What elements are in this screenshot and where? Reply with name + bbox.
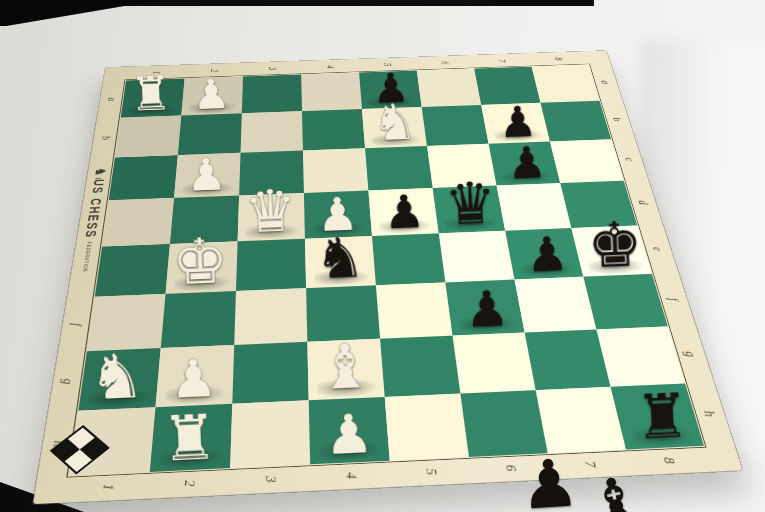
- square-d5[interactable]: ♟: [368, 188, 438, 236]
- black-knight-e4[interactable]: ♞: [304, 229, 376, 288]
- square-c1[interactable]: [109, 155, 178, 200]
- square-a8[interactable]: [532, 65, 600, 103]
- square-d6[interactable]: ♛: [433, 186, 506, 234]
- file-label-right-f-text: f: [664, 297, 682, 301]
- rank-label-bottom-2-text: 2: [179, 479, 199, 487]
- file-label-left-a-text: a: [104, 97, 119, 101]
- square-g6[interactable]: [453, 332, 536, 393]
- black-queen-d6[interactable]: ♛: [436, 174, 504, 234]
- square-g8[interactable]: [596, 326, 685, 386]
- rank-label-top-8-text: 8: [551, 57, 565, 61]
- board-margin-corner: [33, 476, 69, 504]
- rank-label-bottom-3-text: 3: [260, 476, 279, 484]
- rank-label-bottom-4-text: 4: [341, 472, 361, 480]
- white-pawn-a2[interactable]: ♟: [180, 73, 242, 116]
- white-pawn-g2[interactable]: ♟: [154, 351, 233, 407]
- rank-label-bottom-4: 4: [310, 461, 392, 491]
- rank-label-bottom-6: 6: [469, 453, 553, 483]
- square-b1[interactable]: [115, 115, 181, 157]
- black-pawn-d5[interactable]: ♟: [370, 188, 438, 236]
- square-b3[interactable]: [241, 111, 303, 153]
- rank-label-bottom-7: 7: [548, 450, 633, 480]
- square-d7[interactable]: [497, 183, 572, 231]
- board-margin-corner: [585, 51, 611, 65]
- black-pawn-e7[interactable]: ♟: [512, 229, 582, 279]
- square-a1[interactable]: ♜: [121, 79, 185, 118]
- square-e8[interactable]: ♚: [571, 226, 652, 277]
- rank-label-top-3-text: 3: [265, 67, 279, 71]
- square-a4[interactable]: [301, 73, 362, 112]
- black-king-e8[interactable]: ♚: [580, 213, 651, 277]
- white-rook-h2[interactable]: ♜: [148, 405, 230, 470]
- white-rook-a1[interactable]: ♜: [120, 69, 182, 118]
- rank-label-bottom-5: 5: [390, 457, 473, 487]
- square-f6[interactable]: ♟: [445, 280, 524, 336]
- rank-label-bottom-3: 3: [229, 464, 310, 494]
- white-queen-d3[interactable]: ♛: [236, 181, 305, 241]
- square-a6[interactable]: [417, 69, 481, 107]
- file-label-right-e-text: e: [649, 246, 666, 251]
- rank-label-bottom-8-text: 8: [658, 457, 679, 464]
- white-king-e2[interactable]: ♚: [164, 229, 237, 294]
- file-label-right-a-text: a: [598, 80, 613, 84]
- white-pawn-c2[interactable]: ♟: [173, 151, 240, 198]
- file-label-right-d-text: d: [634, 200, 651, 205]
- square-f5[interactable]: [376, 282, 453, 338]
- square-a2[interactable]: ♟: [181, 77, 243, 116]
- square-g3[interactable]: [232, 342, 308, 404]
- square-e7[interactable]: ♟: [505, 228, 583, 279]
- white-knight-b5[interactable]: ♞: [363, 97, 427, 149]
- square-g5[interactable]: [380, 336, 460, 397]
- square-e5[interactable]: [372, 233, 445, 285]
- square-f2[interactable]: [161, 291, 236, 348]
- square-h2[interactable]: ♜: [150, 404, 233, 472]
- rank-label-top-4-text: 4: [323, 65, 337, 69]
- rank-label-top-7-text: 7: [494, 59, 508, 63]
- square-b4[interactable]: [302, 109, 365, 150]
- square-f3[interactable]: [234, 288, 307, 345]
- rank-label-top-4: 4: [301, 59, 359, 74]
- square-c4[interactable]: [303, 148, 368, 193]
- square-c2[interactable]: ♟: [174, 153, 240, 198]
- square-e2[interactable]: ♚: [166, 241, 238, 294]
- black-pawn-c7[interactable]: ♟: [494, 140, 559, 186]
- square-h5[interactable]: [385, 394, 469, 461]
- black-rook-h8[interactable]: ♜: [622, 384, 702, 448]
- square-e4[interactable]: ♞: [305, 236, 376, 288]
- photo-scene: 12345678a♜♟♟ab♞♟bc♟♟c♛♟♟♛d♚♞♟♚ef♟fg♞♟♝gh…: [0, 0, 765, 512]
- file-label-right-c-text: c: [621, 157, 637, 161]
- file-label-left-g-text: g: [59, 378, 78, 385]
- file-label-right-g-text: g: [681, 351, 700, 357]
- rank-label-bottom-6-text: 6: [500, 464, 520, 471]
- rank-label-bottom-1: 1: [65, 472, 150, 503]
- white-pawn-h4[interactable]: ♟: [308, 405, 389, 463]
- white-knight-g1[interactable]: ♞: [77, 345, 156, 410]
- square-a3[interactable]: [242, 75, 302, 114]
- rank-label-bottom-7-text: 7: [580, 461, 600, 468]
- square-d3[interactable]: ♛: [238, 193, 305, 241]
- square-e1[interactable]: [95, 244, 170, 297]
- rank-label-bottom-8: 8: [626, 446, 712, 476]
- file-label-right-b-text: b: [609, 117, 624, 121]
- rank-label-bottom-2: 2: [147, 468, 230, 499]
- square-b5[interactable]: ♞: [362, 107, 427, 148]
- square-e6[interactable]: [439, 231, 515, 283]
- file-label-left-b-text: b: [98, 135, 113, 139]
- file-label-right-h-text: h: [699, 410, 719, 417]
- white-bishop-g4[interactable]: ♝: [306, 335, 384, 399]
- square-h8[interactable]: ♜: [611, 383, 704, 449]
- square-g2[interactable]: ♟: [155, 345, 234, 407]
- rank-label-top-6-text: 6: [437, 61, 451, 65]
- rank-label-bottom-1-text: 1: [98, 483, 118, 491]
- black-pawn-f6[interactable]: ♟: [450, 283, 524, 336]
- square-h6[interactable]: [460, 390, 547, 457]
- square-g4[interactable]: ♝: [307, 339, 384, 401]
- square-h4[interactable]: ♟: [309, 397, 390, 464]
- square-h3[interactable]: [230, 400, 310, 468]
- square-b6[interactable]: [422, 105, 489, 146]
- square-e3[interactable]: [236, 239, 306, 291]
- square-f7[interactable]: [515, 277, 597, 333]
- square-g1[interactable]: ♞: [78, 348, 160, 411]
- rank-label-bottom-5-text: 5: [421, 468, 441, 475]
- file-label-left-f-text: f: [68, 322, 86, 326]
